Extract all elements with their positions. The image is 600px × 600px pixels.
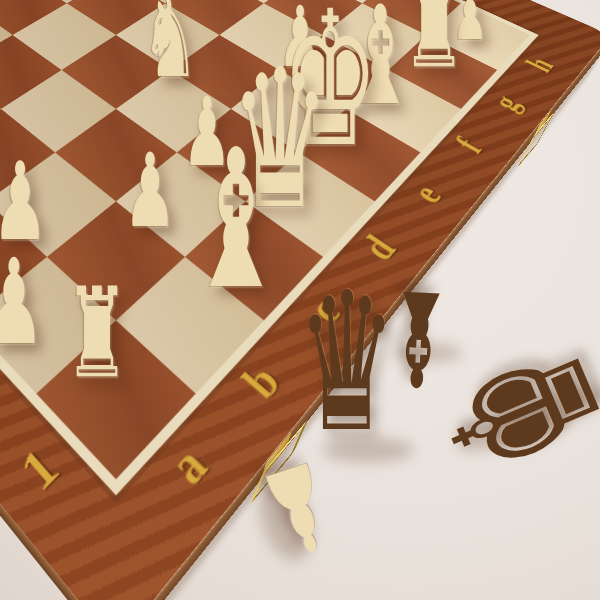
chess-set-photo: abcdefgh 1 ♜♟♝♟♟♛♟♚♝♞♜♟♟♛♝♚♟ xyxy=(0,0,600,600)
queen-glyph: ♛ xyxy=(297,267,397,459)
pawn-glyph: ♟ xyxy=(0,243,45,361)
bishop-glyph: ♝ xyxy=(186,124,286,316)
piece-dark-king-table[interactable]: ♚ xyxy=(524,411,600,600)
rook-glyph: ♜ xyxy=(65,271,129,395)
piece-light-rook-a1[interactable]: ♜ xyxy=(97,390,208,514)
piece-light-pawn-table[interactable]: ♟ xyxy=(299,509,405,600)
pawn-glyph: ♟ xyxy=(123,140,176,242)
square-c5[interactable] xyxy=(0,35,62,109)
